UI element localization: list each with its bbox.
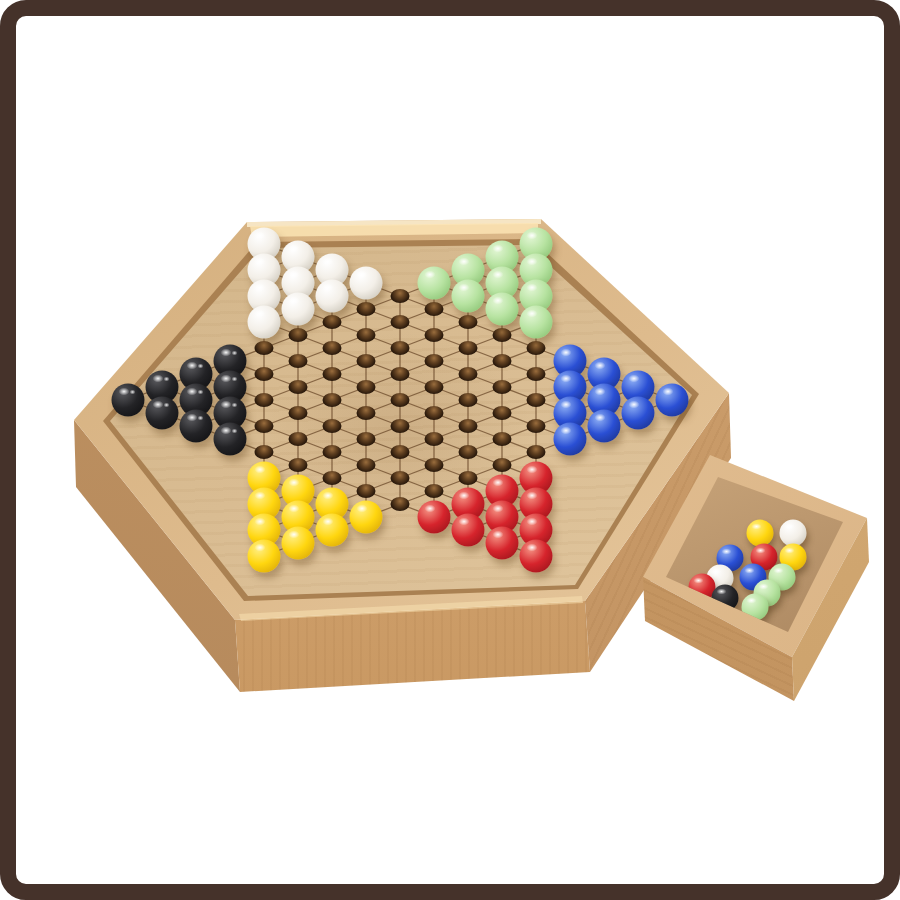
hole-cell[interactable] <box>587 413 621 439</box>
specular-highlight <box>322 518 333 526</box>
hole <box>391 445 410 459</box>
board-column <box>179 231 213 569</box>
specular-highlight <box>526 284 537 292</box>
specular-highlight <box>288 271 299 279</box>
hole-cell[interactable] <box>485 296 519 322</box>
hole-cell[interactable] <box>417 400 451 426</box>
specular-highlight <box>322 284 333 292</box>
hole-cell[interactable] <box>383 283 417 309</box>
specular-highlight <box>186 388 197 396</box>
specular-highlight <box>220 401 231 409</box>
hole <box>289 432 308 446</box>
specular-highlight <box>752 523 761 529</box>
hole-cell[interactable] <box>485 400 519 426</box>
specular-highlight <box>254 518 265 526</box>
hole-cell[interactable] <box>485 426 519 452</box>
hole-cell[interactable] <box>485 322 519 348</box>
hole <box>391 367 410 381</box>
specular-highlight <box>785 547 794 553</box>
hole <box>459 315 478 329</box>
chinese-checkers-star-grid <box>111 231 689 569</box>
board-column <box>315 231 349 569</box>
hole <box>357 458 376 472</box>
hole <box>527 445 546 459</box>
hole <box>459 393 478 407</box>
specular-highlight <box>594 414 605 422</box>
hole <box>255 445 274 459</box>
drawer-marble-white[interactable] <box>780 520 807 547</box>
hole <box>493 432 512 446</box>
specular-highlight <box>288 531 299 539</box>
hole <box>323 367 342 381</box>
marble-red[interactable] <box>520 540 553 573</box>
specular-highlight <box>254 544 265 552</box>
specular-highlight <box>458 258 469 266</box>
hole <box>323 445 342 459</box>
hole <box>357 484 376 498</box>
specular-highlight <box>254 232 265 240</box>
hole <box>527 419 546 433</box>
board-column <box>247 231 281 569</box>
specular-highlight <box>594 388 605 396</box>
hole <box>255 419 274 433</box>
hole-cell[interactable] <box>383 413 417 439</box>
hole-cell[interactable] <box>383 387 417 413</box>
marble-black[interactable] <box>146 397 179 430</box>
hole-cell[interactable] <box>281 296 315 322</box>
hole-cell[interactable] <box>519 387 553 413</box>
specular-highlight <box>198 389 204 394</box>
specular-highlight <box>186 362 197 370</box>
specular-highlight <box>288 479 299 487</box>
hole-cell[interactable] <box>281 348 315 374</box>
board-column <box>553 231 587 569</box>
marble-green[interactable] <box>486 293 519 326</box>
hole <box>459 419 478 433</box>
specular-highlight <box>560 375 571 383</box>
hole-cell[interactable] <box>315 387 349 413</box>
hole <box>527 393 546 407</box>
specular-highlight <box>594 362 605 370</box>
hole-cell[interactable] <box>383 309 417 335</box>
hole <box>255 367 274 381</box>
hole-cell[interactable] <box>485 374 519 400</box>
product-photo-stage <box>0 0 900 900</box>
board-column <box>621 231 655 569</box>
specular-highlight <box>424 271 435 279</box>
hole-cell[interactable] <box>519 309 553 335</box>
marble-blue[interactable] <box>588 410 621 443</box>
hole-cell[interactable] <box>281 426 315 452</box>
marble-green[interactable] <box>452 280 485 313</box>
marble-red[interactable] <box>418 501 451 534</box>
marble-green[interactable] <box>418 267 451 300</box>
specular-highlight <box>254 284 265 292</box>
specular-highlight <box>118 388 129 396</box>
hole-cell[interactable] <box>281 530 315 556</box>
specular-highlight <box>722 548 731 554</box>
specular-highlight <box>747 597 756 603</box>
hole-cell[interactable] <box>111 387 145 413</box>
hole <box>289 380 308 394</box>
hole-cell[interactable] <box>519 413 553 439</box>
hole-cell[interactable] <box>451 309 485 335</box>
marble-black[interactable] <box>214 423 247 456</box>
hole-cell[interactable] <box>247 413 281 439</box>
hole-cell[interactable] <box>315 309 349 335</box>
marble-white[interactable] <box>350 267 383 300</box>
specular-highlight <box>232 350 238 355</box>
hole <box>323 393 342 407</box>
specular-highlight <box>774 567 783 573</box>
specular-highlight <box>198 415 204 420</box>
specular-highlight <box>198 363 204 368</box>
hole-cell[interactable] <box>417 504 451 530</box>
specular-highlight <box>694 577 703 583</box>
hole-cell[interactable] <box>451 283 485 309</box>
hole-cell[interactable] <box>451 335 485 361</box>
specular-highlight <box>492 245 503 253</box>
hole-cell[interactable] <box>451 387 485 413</box>
specular-highlight <box>458 284 469 292</box>
drawer-marble-yellow[interactable] <box>747 520 774 547</box>
specular-highlight <box>526 518 537 526</box>
marble-blue[interactable] <box>622 397 655 430</box>
hole-cell[interactable] <box>485 530 519 556</box>
specular-highlight <box>526 544 537 552</box>
specular-highlight <box>424 505 435 513</box>
specular-highlight <box>220 349 231 357</box>
hole-cell[interactable] <box>349 504 383 530</box>
hole <box>289 328 308 342</box>
marble-green[interactable] <box>520 306 553 339</box>
specular-highlight <box>756 547 765 553</box>
hole <box>493 328 512 342</box>
hole <box>391 419 410 433</box>
board-column <box>111 231 145 569</box>
specular-highlight <box>759 583 768 589</box>
hole <box>323 341 342 355</box>
hole-cell[interactable] <box>451 439 485 465</box>
hole-cell[interactable] <box>451 413 485 439</box>
board-column <box>145 231 179 569</box>
specular-highlight <box>356 271 367 279</box>
hole-cell[interactable] <box>349 426 383 452</box>
hole <box>527 367 546 381</box>
hole <box>357 354 376 368</box>
specular-highlight <box>232 428 238 433</box>
specular-highlight <box>560 349 571 357</box>
hole-cell[interactable] <box>519 361 553 387</box>
hole <box>425 380 444 394</box>
hole <box>459 471 478 485</box>
board-column <box>587 231 621 569</box>
hole-cell[interactable] <box>281 374 315 400</box>
specular-highlight <box>628 401 639 409</box>
specular-highlight <box>356 505 367 513</box>
specular-highlight <box>717 588 726 594</box>
hole-cell[interactable] <box>383 335 417 361</box>
hole-cell[interactable] <box>349 400 383 426</box>
hole-cell[interactable] <box>417 270 451 296</box>
specular-highlight <box>232 376 238 381</box>
hole-cell[interactable] <box>485 348 519 374</box>
hole <box>425 302 444 316</box>
hole <box>255 393 274 407</box>
hole-cell[interactable] <box>179 413 213 439</box>
hole-cell[interactable] <box>349 322 383 348</box>
hole <box>493 380 512 394</box>
specular-highlight <box>186 414 197 422</box>
specular-highlight <box>560 427 571 435</box>
specular-highlight <box>152 401 163 409</box>
hole <box>357 432 376 446</box>
board-column <box>417 231 451 569</box>
board-column <box>451 231 485 569</box>
specular-highlight <box>712 568 721 574</box>
hole-cell[interactable] <box>417 452 451 478</box>
specular-highlight <box>288 297 299 305</box>
specular-highlight <box>526 492 537 500</box>
hole-cell[interactable] <box>315 283 349 309</box>
hole-cell[interactable] <box>281 400 315 426</box>
hole-cell[interactable] <box>281 322 315 348</box>
specular-highlight <box>254 258 265 266</box>
hole-cell[interactable] <box>417 348 451 374</box>
hole <box>391 393 410 407</box>
specular-highlight <box>492 297 503 305</box>
marble-yellow[interactable] <box>248 540 281 573</box>
hole <box>323 315 342 329</box>
specular-highlight <box>526 232 537 240</box>
hole-cell[interactable] <box>145 400 179 426</box>
hole-cell[interactable] <box>247 543 281 569</box>
hole-cell[interactable] <box>417 322 451 348</box>
hole <box>357 328 376 342</box>
specular-highlight <box>526 466 537 474</box>
hole-cell[interactable] <box>315 517 349 543</box>
hole <box>255 341 274 355</box>
marble-white[interactable] <box>282 293 315 326</box>
specular-highlight <box>288 505 299 513</box>
specular-highlight <box>220 375 231 383</box>
specular-highlight <box>254 466 265 474</box>
hole-cell[interactable] <box>655 387 689 413</box>
hole <box>391 341 410 355</box>
hole <box>357 302 376 316</box>
marble-red[interactable] <box>452 514 485 547</box>
hole-cell[interactable] <box>315 335 349 361</box>
hole-cell[interactable] <box>519 543 553 569</box>
marble-yellow[interactable] <box>316 514 349 547</box>
board-column <box>213 231 247 569</box>
marble-white[interactable] <box>316 280 349 313</box>
specular-highlight <box>526 258 537 266</box>
specular-highlight <box>322 258 333 266</box>
specular-highlight <box>662 388 673 396</box>
specular-highlight <box>560 401 571 409</box>
board-column <box>485 231 519 569</box>
hole <box>459 445 478 459</box>
marble-yellow[interactable] <box>350 501 383 534</box>
hole <box>357 380 376 394</box>
hole <box>493 406 512 420</box>
hole <box>425 354 444 368</box>
marble-black[interactable] <box>112 384 145 417</box>
specular-highlight <box>130 389 136 394</box>
hole <box>493 354 512 368</box>
specular-highlight <box>164 376 170 381</box>
specular-highlight <box>288 245 299 253</box>
board-column <box>349 231 383 569</box>
marble-blue[interactable] <box>656 384 689 417</box>
hole <box>391 289 410 303</box>
hole-cell[interactable] <box>247 387 281 413</box>
hole <box>425 406 444 420</box>
hole <box>425 432 444 446</box>
hole-cell[interactable] <box>315 439 349 465</box>
specular-highlight <box>526 310 537 318</box>
hole-cell[interactable] <box>451 361 485 387</box>
specular-highlight <box>232 402 238 407</box>
hole <box>527 341 546 355</box>
hole-cell[interactable] <box>383 361 417 387</box>
marble-yellow[interactable] <box>282 527 315 560</box>
board-column <box>519 231 553 569</box>
hole <box>459 341 478 355</box>
specular-highlight <box>254 310 265 318</box>
hole <box>357 406 376 420</box>
hole <box>459 367 478 381</box>
hole-cell[interactable] <box>417 374 451 400</box>
hole <box>391 497 410 511</box>
hole <box>493 458 512 472</box>
hole-cell[interactable] <box>247 361 281 387</box>
hole <box>323 471 342 485</box>
hole-cell[interactable] <box>315 413 349 439</box>
hole <box>391 315 410 329</box>
hole <box>425 484 444 498</box>
hole <box>425 328 444 342</box>
marble-red[interactable] <box>486 527 519 560</box>
board-column <box>281 231 315 569</box>
marble-white[interactable] <box>248 306 281 339</box>
hole-cell[interactable] <box>213 426 247 452</box>
hole-cell[interactable] <box>417 426 451 452</box>
hole <box>425 458 444 472</box>
specular-highlight <box>492 479 503 487</box>
specular-highlight <box>322 492 333 500</box>
hole-cell[interactable] <box>553 426 587 452</box>
specular-highlight <box>628 375 639 383</box>
hole-cell[interactable] <box>349 296 383 322</box>
hole-cell[interactable] <box>621 400 655 426</box>
hole-cell[interactable] <box>247 335 281 361</box>
specular-highlight <box>458 518 469 526</box>
specular-highlight <box>492 271 503 279</box>
hole-cell[interactable] <box>349 348 383 374</box>
specular-highlight <box>458 492 469 500</box>
hole <box>289 458 308 472</box>
specular-highlight <box>164 402 170 407</box>
hole <box>289 406 308 420</box>
marble-blue[interactable] <box>554 423 587 456</box>
hole-cell[interactable] <box>519 335 553 361</box>
hole-cell[interactable] <box>349 374 383 400</box>
specular-highlight <box>220 427 231 435</box>
board-column <box>383 231 417 569</box>
hole <box>289 354 308 368</box>
hole-cell[interactable] <box>349 270 383 296</box>
specular-highlight <box>254 492 265 500</box>
hole <box>391 471 410 485</box>
hole <box>323 419 342 433</box>
specular-highlight <box>492 531 503 539</box>
hole-cell[interactable] <box>383 491 417 517</box>
hole-cell[interactable] <box>315 361 349 387</box>
specular-highlight <box>492 505 503 513</box>
hole-cell[interactable] <box>383 439 417 465</box>
hole-cell[interactable] <box>417 296 451 322</box>
hole-cell[interactable] <box>247 309 281 335</box>
hole-cell[interactable] <box>451 517 485 543</box>
specular-highlight <box>745 567 754 573</box>
specular-highlight <box>152 375 163 383</box>
hole-cell[interactable] <box>349 452 383 478</box>
specular-highlight <box>785 523 794 529</box>
hole-cell[interactable] <box>383 465 417 491</box>
marble-black[interactable] <box>180 410 213 443</box>
